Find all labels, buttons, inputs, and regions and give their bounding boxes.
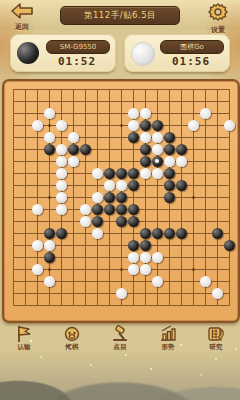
black-stone (224, 240, 235, 251)
star-point (48, 268, 51, 271)
white-stone (152, 276, 163, 287)
black-stone (164, 180, 175, 191)
black-stone (104, 204, 115, 215)
white-stone (152, 168, 163, 179)
white-stone (224, 120, 235, 131)
black-player-nameplate: SM-G9550 (46, 40, 110, 54)
star-point (48, 196, 51, 199)
white-stone (56, 120, 67, 131)
white-stone (80, 204, 91, 215)
black-stone (164, 228, 175, 239)
black-stone (164, 168, 175, 179)
white-stone (128, 120, 139, 131)
black-stone (212, 228, 223, 239)
move-info-text: 第112手/贴6.5目 (84, 10, 156, 22)
black-stone (104, 168, 115, 179)
black-stone (164, 192, 175, 203)
white-stone (212, 288, 223, 299)
gear-icon (208, 7, 228, 26)
black-stone (128, 204, 139, 215)
white-stone (128, 264, 139, 275)
white-stone (140, 132, 151, 143)
white-stone (56, 144, 67, 155)
gavel-icon (100, 325, 140, 343)
white-stone (128, 108, 139, 119)
black-stone (140, 144, 151, 155)
black-stone (44, 144, 55, 155)
black-stone (116, 192, 127, 203)
black-stone (128, 240, 139, 251)
back-label: 返回 (7, 24, 37, 31)
undo-icon (52, 325, 92, 343)
settings-button[interactable]: 设置 (202, 2, 234, 30)
white-stone (32, 264, 43, 275)
black-stone (104, 192, 115, 203)
white-player-panel: 围棋Go 01:56 (124, 34, 230, 72)
settings-label: 设置 (202, 27, 234, 34)
star-point (120, 124, 123, 127)
white-stone (164, 156, 175, 167)
white-stone (56, 192, 67, 203)
black-stone (116, 216, 127, 227)
white-stone (32, 240, 43, 251)
black-stone (176, 144, 187, 155)
white-stone (56, 180, 67, 191)
white-stone (44, 108, 55, 119)
sparkle-decoration (30, 340, 32, 342)
black-player-panel: SM-G9550 01:52 (10, 34, 116, 72)
white-stone (44, 240, 55, 251)
white-stone (152, 132, 163, 143)
white-stone (32, 120, 43, 131)
white-stone (140, 252, 151, 263)
last-move-marker (155, 159, 159, 163)
white-stone (92, 168, 103, 179)
black-stone-avatar (17, 42, 39, 64)
black-stone (128, 132, 139, 143)
star-point (48, 124, 51, 127)
white-player-clock: 01:56 (160, 55, 222, 68)
white-player-name: 围棋Go (180, 42, 204, 52)
black-stone (176, 180, 187, 191)
record-icon (196, 325, 236, 343)
white-stone (92, 228, 103, 239)
black-stone (128, 168, 139, 179)
white-stone (200, 108, 211, 119)
top-bar: 返回 第112手/贴6.5目 设置 (0, 0, 240, 30)
chart-icon (148, 325, 188, 343)
black-stone (128, 180, 139, 191)
white-stone (188, 120, 199, 131)
white-stone (68, 156, 79, 167)
go-app-screen: 返回 第112手/贴6.5目 设置 SM-G9550 01:52 (0, 0, 240, 400)
white-stone (44, 276, 55, 287)
black-stone (92, 204, 103, 215)
move-info-banner: 第112手/贴6.5目 (60, 6, 180, 25)
black-stone (140, 120, 151, 131)
black-stone (140, 156, 151, 167)
white-stone (140, 108, 151, 119)
go-board[interactable] (2, 79, 240, 323)
white-stone (140, 264, 151, 275)
white-stone (32, 204, 43, 215)
white-stone (92, 192, 103, 203)
star-point (120, 268, 123, 271)
black-stone (140, 240, 151, 251)
black-stone (116, 204, 127, 215)
star-point (192, 196, 195, 199)
white-stone (44, 132, 55, 143)
black-stone (128, 216, 139, 227)
white-stone (176, 156, 187, 167)
black-stone (164, 144, 175, 155)
white-stone (56, 204, 67, 215)
black-stone (176, 228, 187, 239)
white-stone (140, 168, 151, 179)
flag-icon (4, 325, 44, 343)
back-arrow-icon (9, 4, 35, 23)
star-point (192, 268, 195, 271)
white-stone (80, 216, 91, 227)
white-stone-avatar (131, 42, 155, 66)
white-stone (116, 288, 127, 299)
black-player-clock: 01:52 (46, 55, 108, 68)
black-stone (92, 216, 103, 227)
white-stone (116, 180, 127, 191)
white-stone (56, 168, 67, 179)
black-stone (44, 228, 55, 239)
black-stone (44, 252, 55, 263)
black-stone (116, 168, 127, 179)
white-stone (152, 252, 163, 263)
black-stone (68, 144, 79, 155)
white-stone (128, 252, 139, 263)
ink-mountain-decoration (0, 348, 240, 400)
black-stone (140, 228, 151, 239)
white-stone (68, 132, 79, 143)
white-player-nameplate: 围棋Go (160, 40, 224, 54)
white-stone (56, 156, 67, 167)
black-stone (56, 228, 67, 239)
white-stone (200, 276, 211, 287)
black-player-name: SM-G9550 (60, 43, 97, 51)
white-stone (152, 144, 163, 155)
black-stone (164, 132, 175, 143)
back-button[interactable]: 返回 (7, 3, 37, 29)
black-stone (152, 120, 163, 131)
black-stone (152, 228, 163, 239)
white-stone (104, 180, 115, 191)
black-stone (80, 144, 91, 155)
